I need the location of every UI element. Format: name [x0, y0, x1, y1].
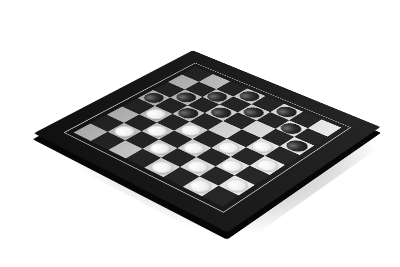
product-photo-stage: [0, 0, 400, 267]
checkers-board: [34, 50, 381, 232]
board-scene: [0, 0, 400, 267]
